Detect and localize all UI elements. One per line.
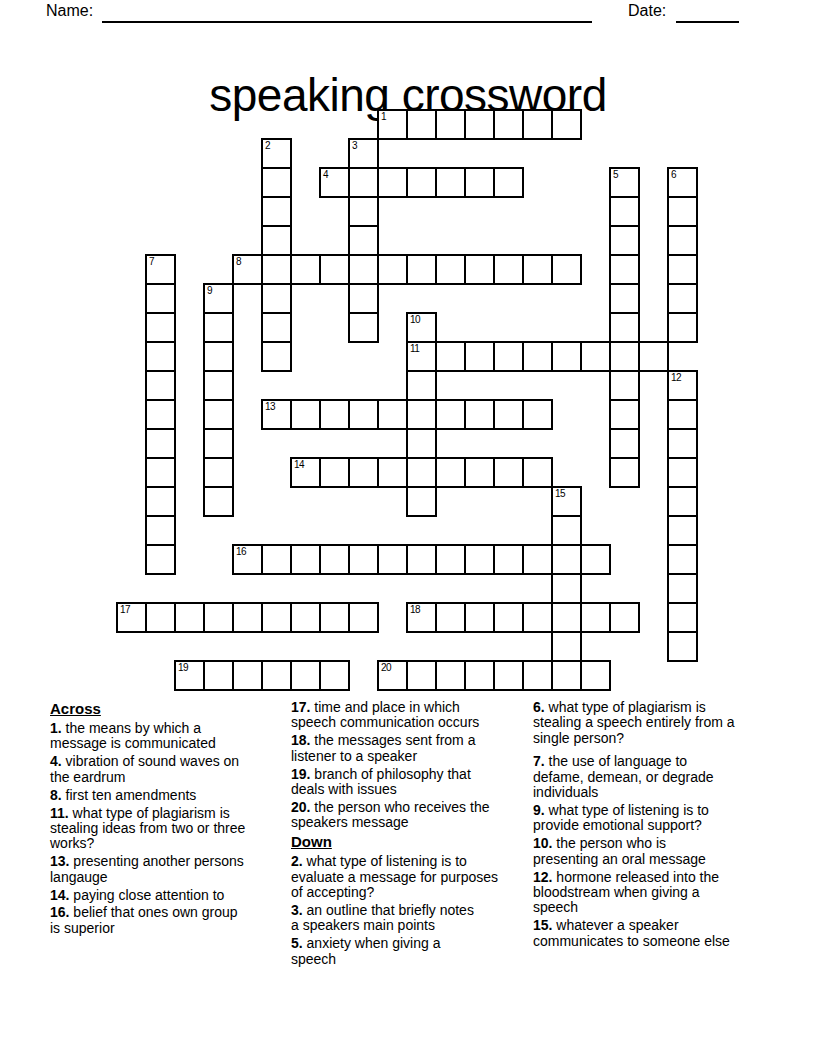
void-cell bbox=[668, 661, 697, 690]
void-cell bbox=[552, 226, 581, 255]
cell-number-20: 20 bbox=[381, 663, 391, 673]
void-cell bbox=[436, 632, 465, 661]
void-cell bbox=[146, 168, 175, 197]
cell-r19-c9[interactable]: 20 bbox=[378, 661, 407, 690]
void-cell bbox=[494, 574, 523, 603]
cell-r12-c11[interactable] bbox=[436, 458, 465, 487]
cell-r15-c13[interactable] bbox=[494, 545, 523, 574]
void-cell bbox=[407, 226, 436, 255]
cell-r6-c3[interactable]: 9 bbox=[204, 284, 233, 313]
cell-r10-c9[interactable] bbox=[378, 400, 407, 429]
cell-r10-c1[interactable] bbox=[146, 400, 175, 429]
void-cell bbox=[175, 255, 204, 284]
void-cell bbox=[320, 226, 349, 255]
cell-r17-c3[interactable] bbox=[204, 603, 233, 632]
clue-text: vibration of sound waves on the eardrum bbox=[50, 753, 239, 784]
cell-r8-c14[interactable] bbox=[523, 342, 552, 371]
cell-r15-c5[interactable] bbox=[262, 545, 291, 574]
void-cell bbox=[175, 458, 204, 487]
void-cell bbox=[436, 197, 465, 226]
cell-r13-c15[interactable]: 15 bbox=[552, 487, 581, 516]
cell-r2-c13[interactable] bbox=[494, 168, 523, 197]
cell-r2-c19[interactable]: 6 bbox=[668, 168, 697, 197]
void-cell bbox=[639, 255, 668, 284]
cell-number-8: 8 bbox=[236, 257, 241, 267]
clue-text: the messages sent from a listener to a s… bbox=[291, 732, 475, 763]
cell-r15-c19[interactable] bbox=[668, 545, 697, 574]
cell-r2-c12[interactable] bbox=[465, 168, 494, 197]
cell-r15-c9[interactable] bbox=[378, 545, 407, 574]
cell-r12-c8[interactable] bbox=[349, 458, 378, 487]
cell-r17-c13[interactable] bbox=[494, 603, 523, 632]
cell-r1-c5[interactable]: 2 bbox=[262, 139, 291, 168]
cell-r5-c15[interactable] bbox=[552, 255, 581, 284]
void-cell bbox=[494, 197, 523, 226]
cell-r5-c12[interactable] bbox=[465, 255, 494, 284]
cell-number-13: 13 bbox=[265, 402, 275, 412]
void-cell bbox=[175, 139, 204, 168]
cell-r12-c14[interactable] bbox=[523, 458, 552, 487]
cell-r11-c3[interactable] bbox=[204, 429, 233, 458]
cell-r17-c0[interactable]: 17 bbox=[117, 603, 146, 632]
cell-r19-c6[interactable] bbox=[291, 661, 320, 690]
clue-text: whatever a speaker communicates to someo… bbox=[533, 917, 730, 948]
cell-r0-c10[interactable] bbox=[407, 110, 436, 139]
void-cell bbox=[436, 284, 465, 313]
cell-r19-c13[interactable] bbox=[494, 661, 523, 690]
cell-r16-c19[interactable] bbox=[668, 574, 697, 603]
cell-r13-c1[interactable] bbox=[146, 487, 175, 516]
cell-r10-c10[interactable] bbox=[407, 400, 436, 429]
cell-r6-c8[interactable] bbox=[349, 284, 378, 313]
clue-down-5: 5. anxiety when giving a speech bbox=[291, 936, 524, 967]
cell-r11-c10[interactable] bbox=[407, 429, 436, 458]
clue-text: the person who is presenting an oral mes… bbox=[533, 835, 706, 866]
cell-r19-c11[interactable] bbox=[436, 661, 465, 690]
cell-r17-c7[interactable] bbox=[320, 603, 349, 632]
cell-r3-c19[interactable] bbox=[668, 197, 697, 226]
cell-r8-c15[interactable] bbox=[552, 342, 581, 371]
cell-r9-c1[interactable] bbox=[146, 371, 175, 400]
cell-r15-c6[interactable] bbox=[291, 545, 320, 574]
void-cell bbox=[639, 487, 668, 516]
cell-r5-c6[interactable] bbox=[291, 255, 320, 284]
cell-r17-c19[interactable] bbox=[668, 603, 697, 632]
cell-r19-c3[interactable] bbox=[204, 661, 233, 690]
cell-r2-c10[interactable] bbox=[407, 168, 436, 197]
cell-r19-c15[interactable] bbox=[552, 661, 581, 690]
cell-r12-c19[interactable] bbox=[668, 458, 697, 487]
cell-r3-c8[interactable] bbox=[349, 197, 378, 226]
cell-r17-c14[interactable] bbox=[523, 603, 552, 632]
void-cell bbox=[349, 371, 378, 400]
cell-r10-c19[interactable] bbox=[668, 400, 697, 429]
cell-r13-c3[interactable] bbox=[204, 487, 233, 516]
cell-r12-c12[interactable] bbox=[465, 458, 494, 487]
cell-r5-c5[interactable] bbox=[262, 255, 291, 284]
void-cell bbox=[523, 574, 552, 603]
cell-r17-c8[interactable] bbox=[349, 603, 378, 632]
cell-r8-c17[interactable] bbox=[610, 342, 639, 371]
cell-r17-c17[interactable] bbox=[610, 603, 639, 632]
cell-r0-c11[interactable] bbox=[436, 110, 465, 139]
cell-r19-c12[interactable] bbox=[465, 661, 494, 690]
cell-r5-c13[interactable] bbox=[494, 255, 523, 284]
void-cell bbox=[117, 487, 146, 516]
void-cell bbox=[639, 400, 668, 429]
void-cell bbox=[494, 226, 523, 255]
cell-r15-c8[interactable] bbox=[349, 545, 378, 574]
cell-r12-c17[interactable] bbox=[610, 458, 639, 487]
void-cell bbox=[349, 632, 378, 661]
void-cell bbox=[378, 574, 407, 603]
void-cell bbox=[378, 371, 407, 400]
cell-r4-c8[interactable] bbox=[349, 226, 378, 255]
void-cell bbox=[581, 574, 610, 603]
void-cell bbox=[204, 226, 233, 255]
void-cell bbox=[233, 400, 262, 429]
clue-down-7: 7. the use of language to defame, demean… bbox=[533, 754, 773, 800]
void-cell bbox=[146, 632, 175, 661]
cell-r10-c13[interactable] bbox=[494, 400, 523, 429]
clue-down-15: 15. whatever a speaker communicates to s… bbox=[533, 918, 773, 949]
void-cell bbox=[262, 632, 291, 661]
void-cell bbox=[610, 139, 639, 168]
cell-r17-c2[interactable] bbox=[175, 603, 204, 632]
void-cell bbox=[233, 197, 262, 226]
clue-across-14: 14. paying close attention to bbox=[50, 888, 282, 903]
cell-r15-c11[interactable] bbox=[436, 545, 465, 574]
cell-r0-c14[interactable] bbox=[523, 110, 552, 139]
void-cell bbox=[175, 284, 204, 313]
cell-r6-c1[interactable] bbox=[146, 284, 175, 313]
cell-r17-c12[interactable] bbox=[465, 603, 494, 632]
cell-r14-c1[interactable] bbox=[146, 516, 175, 545]
void-cell bbox=[465, 284, 494, 313]
void-cell bbox=[175, 632, 204, 661]
cell-r11-c1[interactable] bbox=[146, 429, 175, 458]
cell-r15-c1[interactable] bbox=[146, 545, 175, 574]
cell-r8-c1[interactable] bbox=[146, 342, 175, 371]
void-cell bbox=[639, 632, 668, 661]
cell-r8-c12[interactable] bbox=[465, 342, 494, 371]
void-cell bbox=[262, 371, 291, 400]
cell-r19-c10[interactable] bbox=[407, 661, 436, 690]
cell-r8-c10[interactable]: 11 bbox=[407, 342, 436, 371]
cell-r15-c16[interactable] bbox=[581, 545, 610, 574]
cell-r12-c1[interactable] bbox=[146, 458, 175, 487]
clue-number-label: 5. bbox=[291, 935, 307, 951]
cell-r15-c14[interactable] bbox=[523, 545, 552, 574]
void-cell bbox=[407, 139, 436, 168]
name-label: Name: bbox=[46, 1, 93, 21]
void-cell bbox=[581, 284, 610, 313]
cell-r4-c17[interactable] bbox=[610, 226, 639, 255]
cell-r7-c17[interactable] bbox=[610, 313, 639, 342]
clue-number-label: 13. bbox=[50, 853, 73, 869]
cell-r5-c19[interactable] bbox=[668, 255, 697, 284]
cell-r4-c19[interactable] bbox=[668, 226, 697, 255]
void-cell bbox=[175, 197, 204, 226]
void-cell bbox=[117, 400, 146, 429]
cell-r1-c8[interactable]: 3 bbox=[349, 139, 378, 168]
cell-r19-c5[interactable] bbox=[262, 661, 291, 690]
cell-r3-c5[interactable] bbox=[262, 197, 291, 226]
cell-r10-c11[interactable] bbox=[436, 400, 465, 429]
void-cell bbox=[233, 371, 262, 400]
cell-r7-c5[interactable] bbox=[262, 313, 291, 342]
cell-r13-c19[interactable] bbox=[668, 487, 697, 516]
cell-r17-c4[interactable] bbox=[233, 603, 262, 632]
void-cell bbox=[291, 284, 320, 313]
void-cell bbox=[175, 400, 204, 429]
cell-r5-c11[interactable] bbox=[436, 255, 465, 284]
date-blank-line bbox=[676, 21, 739, 23]
clue-text: hormone released into the bloodstream wh… bbox=[533, 869, 719, 916]
void-cell bbox=[320, 516, 349, 545]
cell-number-9: 9 bbox=[207, 286, 212, 296]
cell-r4-c5[interactable] bbox=[262, 226, 291, 255]
cell-r0-c12[interactable] bbox=[465, 110, 494, 139]
cell-r2-c17[interactable]: 5 bbox=[610, 168, 639, 197]
cell-number-10: 10 bbox=[410, 315, 420, 325]
cell-r11-c17[interactable] bbox=[610, 429, 639, 458]
cell-r5-c17[interactable] bbox=[610, 255, 639, 284]
void-cell bbox=[610, 574, 639, 603]
cell-r19-c7[interactable] bbox=[320, 661, 349, 690]
cell-r7-c3[interactable] bbox=[204, 313, 233, 342]
cell-r17-c6[interactable] bbox=[291, 603, 320, 632]
void-cell bbox=[378, 284, 407, 313]
date-label: Date: bbox=[628, 1, 666, 21]
cell-r10-c3[interactable] bbox=[204, 400, 233, 429]
void-cell bbox=[523, 487, 552, 516]
cell-r6-c5[interactable] bbox=[262, 284, 291, 313]
void-cell bbox=[639, 313, 668, 342]
cell-r12-c10[interactable] bbox=[407, 458, 436, 487]
clue-number-label: 18. bbox=[291, 732, 314, 748]
cell-r10-c5[interactable]: 13 bbox=[262, 400, 291, 429]
void-cell bbox=[494, 139, 523, 168]
void-cell bbox=[378, 429, 407, 458]
cell-r10-c8[interactable] bbox=[349, 400, 378, 429]
void-cell bbox=[291, 516, 320, 545]
void-cell bbox=[581, 371, 610, 400]
cell-r2-c8[interactable] bbox=[349, 168, 378, 197]
void-cell bbox=[378, 139, 407, 168]
cell-r14-c19[interactable] bbox=[668, 516, 697, 545]
cell-r18-c15[interactable] bbox=[552, 632, 581, 661]
cell-r2-c5[interactable] bbox=[262, 168, 291, 197]
cell-r16-c15[interactable] bbox=[552, 574, 581, 603]
void-cell bbox=[320, 197, 349, 226]
void-cell bbox=[175, 545, 204, 574]
void-cell bbox=[378, 603, 407, 632]
cell-r15-c15[interactable] bbox=[552, 545, 581, 574]
cell-r13-c10[interactable] bbox=[407, 487, 436, 516]
cell-r10-c17[interactable] bbox=[610, 400, 639, 429]
cell-r17-c5[interactable] bbox=[262, 603, 291, 632]
cell-r2-c7[interactable]: 4 bbox=[320, 168, 349, 197]
cell-r14-c15[interactable] bbox=[552, 516, 581, 545]
cell-r15-c4[interactable]: 16 bbox=[233, 545, 262, 574]
void-cell bbox=[523, 226, 552, 255]
cell-r10-c14[interactable] bbox=[523, 400, 552, 429]
cell-r18-c19[interactable] bbox=[668, 632, 697, 661]
void-cell bbox=[204, 139, 233, 168]
cell-r15-c12[interactable] bbox=[465, 545, 494, 574]
cell-r0-c13[interactable] bbox=[494, 110, 523, 139]
cell-r8-c5[interactable] bbox=[262, 342, 291, 371]
void-cell bbox=[262, 110, 291, 139]
void-cell bbox=[175, 110, 204, 139]
cell-r10-c12[interactable] bbox=[465, 400, 494, 429]
cell-r19-c14[interactable] bbox=[523, 661, 552, 690]
void-cell bbox=[204, 110, 233, 139]
void-cell bbox=[552, 400, 581, 429]
cell-r12-c7[interactable] bbox=[320, 458, 349, 487]
cell-r0-c15[interactable] bbox=[552, 110, 581, 139]
void-cell bbox=[494, 516, 523, 545]
void-cell bbox=[639, 545, 668, 574]
void-cell bbox=[233, 139, 262, 168]
cell-r12-c6[interactable]: 14 bbox=[291, 458, 320, 487]
void-cell bbox=[581, 487, 610, 516]
void-cell bbox=[291, 110, 320, 139]
void-cell bbox=[233, 342, 262, 371]
cell-r5-c1[interactable]: 7 bbox=[146, 255, 175, 284]
cell-r0-c9[interactable]: 1 bbox=[378, 110, 407, 139]
void-cell bbox=[639, 168, 668, 197]
void-cell bbox=[204, 516, 233, 545]
void-cell bbox=[349, 487, 378, 516]
clue-across-19: 19. branch of philosophy that deals with… bbox=[291, 767, 524, 798]
void-cell bbox=[436, 313, 465, 342]
cell-r7-c10[interactable]: 10 bbox=[407, 313, 436, 342]
void-cell bbox=[233, 313, 262, 342]
void-cell bbox=[581, 255, 610, 284]
void-cell bbox=[407, 574, 436, 603]
void-cell bbox=[175, 342, 204, 371]
cell-r17-c10[interactable]: 18 bbox=[407, 603, 436, 632]
void-cell bbox=[349, 429, 378, 458]
void-cell bbox=[378, 516, 407, 545]
void-cell bbox=[262, 516, 291, 545]
cell-r9-c19[interactable]: 12 bbox=[668, 371, 697, 400]
cell-r10-c7[interactable] bbox=[320, 400, 349, 429]
clue-down-12: 12. hormone released into the bloodstrea… bbox=[533, 870, 773, 916]
cell-number-2: 2 bbox=[265, 141, 270, 151]
void-cell bbox=[436, 516, 465, 545]
clue-number-label: 1. bbox=[50, 720, 66, 736]
cell-r6-c19[interactable] bbox=[668, 284, 697, 313]
cell-r15-c10[interactable] bbox=[407, 545, 436, 574]
cell-r12-c13[interactable] bbox=[494, 458, 523, 487]
void-cell bbox=[204, 255, 233, 284]
cell-r19-c4[interactable] bbox=[233, 661, 262, 690]
clue-column-1: Across1. the means by which a message is… bbox=[50, 700, 282, 970]
cell-r12-c9[interactable] bbox=[378, 458, 407, 487]
void-cell bbox=[581, 139, 610, 168]
cell-r17-c16[interactable] bbox=[581, 603, 610, 632]
cell-r17-c15[interactable] bbox=[552, 603, 581, 632]
clue-across-20: 20. the person who receives the speakers… bbox=[291, 800, 524, 831]
cell-r7-c19[interactable] bbox=[668, 313, 697, 342]
cell-r9-c3[interactable] bbox=[204, 371, 233, 400]
void-cell bbox=[117, 197, 146, 226]
cell-r11-c19[interactable] bbox=[668, 429, 697, 458]
void-cell bbox=[117, 516, 146, 545]
cell-r2-c11[interactable] bbox=[436, 168, 465, 197]
cell-r15-c7[interactable] bbox=[320, 545, 349, 574]
cell-number-19: 19 bbox=[178, 663, 188, 673]
void-cell bbox=[175, 168, 204, 197]
cell-r17-c1[interactable] bbox=[146, 603, 175, 632]
cell-r19-c2[interactable]: 19 bbox=[175, 661, 204, 690]
cell-r7-c8[interactable] bbox=[349, 313, 378, 342]
clue-column-3: 6. what type of plagiarism is stealing a… bbox=[533, 700, 773, 970]
cell-r17-c11[interactable] bbox=[436, 603, 465, 632]
void-cell bbox=[552, 458, 581, 487]
void-cell bbox=[581, 458, 610, 487]
cell-r8-c11[interactable] bbox=[436, 342, 465, 371]
cell-r19-c16[interactable] bbox=[581, 661, 610, 690]
cell-r5-c9[interactable] bbox=[378, 255, 407, 284]
clue-across-18: 18. the messages sent from a listener to… bbox=[291, 733, 524, 764]
void-cell bbox=[523, 197, 552, 226]
cell-r9-c10[interactable] bbox=[407, 371, 436, 400]
cell-r7-c1[interactable] bbox=[146, 313, 175, 342]
void-cell bbox=[117, 226, 146, 255]
void-cell bbox=[320, 139, 349, 168]
void-cell bbox=[233, 168, 262, 197]
cell-r2-c9[interactable] bbox=[378, 168, 407, 197]
void-cell bbox=[291, 139, 320, 168]
cell-r8-c16[interactable] bbox=[581, 342, 610, 371]
void-cell bbox=[581, 168, 610, 197]
cell-r9-c17[interactable] bbox=[610, 371, 639, 400]
down-heading: Down bbox=[291, 833, 524, 850]
cell-r10-c6[interactable] bbox=[291, 400, 320, 429]
cell-r3-c17[interactable] bbox=[610, 197, 639, 226]
void-cell bbox=[465, 632, 494, 661]
void-cell bbox=[117, 139, 146, 168]
cell-r5-c4[interactable]: 8 bbox=[233, 255, 262, 284]
cell-r12-c3[interactable] bbox=[204, 458, 233, 487]
void-cell bbox=[262, 487, 291, 516]
cell-r6-c17[interactable] bbox=[610, 284, 639, 313]
cell-r8-c18[interactable] bbox=[639, 342, 668, 371]
void-cell bbox=[320, 487, 349, 516]
void-cell bbox=[639, 516, 668, 545]
cell-r5-c8[interactable] bbox=[349, 255, 378, 284]
void-cell bbox=[581, 110, 610, 139]
clue-down-6: 6. what type of plagiarism is stealing a… bbox=[533, 700, 773, 746]
cell-number-18: 18 bbox=[410, 605, 420, 615]
cell-r5-c10[interactable] bbox=[407, 255, 436, 284]
void-cell bbox=[378, 313, 407, 342]
void-cell bbox=[639, 226, 668, 255]
clue-text: the means by which a message is communic… bbox=[50, 720, 216, 751]
cell-r8-c3[interactable] bbox=[204, 342, 233, 371]
void-cell bbox=[262, 458, 291, 487]
cell-r5-c14[interactable] bbox=[523, 255, 552, 284]
void-cell bbox=[233, 458, 262, 487]
cell-r5-c7[interactable] bbox=[320, 255, 349, 284]
void-cell bbox=[117, 661, 146, 690]
void-cell bbox=[204, 168, 233, 197]
cell-r8-c13[interactable] bbox=[494, 342, 523, 371]
